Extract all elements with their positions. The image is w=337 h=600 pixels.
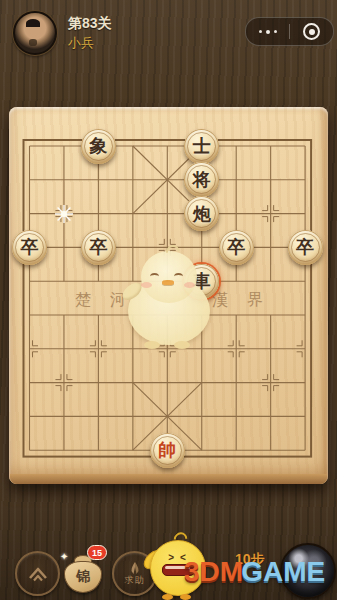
piece-black-elephant[interactable]: 象 <box>81 129 116 164</box>
chevron-up-icon <box>26 562 50 586</box>
piece-black-soldier-a[interactable]: 卒 <box>12 230 47 265</box>
piece-glyph: 卒 <box>227 238 245 256</box>
dark-sphere-avatar[interactable] <box>280 543 336 599</box>
app-screen: 第83关 小兵 楚 河 漢 界 象士将炮卒卒卒 <box>0 0 337 600</box>
piece-black-soldier-d[interactable]: 卒 <box>288 230 323 265</box>
close-button[interactable] <box>290 18 333 45</box>
piece-black-general[interactable]: 将 <box>184 162 219 197</box>
piece-glyph: 卒 <box>296 238 314 256</box>
piece-red-general[interactable]: 帥 <box>150 433 185 468</box>
piece-black-cannon[interactable]: 炮 <box>184 196 219 231</box>
piece-glyph: 炮 <box>193 205 211 223</box>
piece-black-advisor[interactable]: 士 <box>184 129 219 164</box>
piece-glyph: 将 <box>193 171 211 189</box>
miniprogram-capsule <box>245 17 334 46</box>
player-avatar[interactable] <box>13 11 57 55</box>
piece-black-chariot[interactable]: 車 <box>184 264 219 299</box>
expand-menu-button[interactable] <box>15 551 60 596</box>
piece-glyph: 象 <box>89 137 107 155</box>
player-rank: 小兵 <box>68 34 94 52</box>
steps-counter: 10步 <box>235 551 265 569</box>
hint-bag-icon: 锦 <box>64 561 102 593</box>
help-label: 求助 <box>125 574 145 587</box>
piece-black-soldier-c[interactable]: 卒 <box>219 230 254 265</box>
piece-black-soldier-b[interactable]: 卒 <box>81 230 116 265</box>
piece-glyph: 卒 <box>89 238 107 256</box>
piece-glyph: 卒 <box>21 238 39 256</box>
piece-glyph: 車 <box>193 272 211 290</box>
more-dots-icon <box>259 30 277 34</box>
piece-glyph: 士 <box>193 137 211 155</box>
ask-help-button[interactable]: 求助 <box>112 551 157 596</box>
level-title: 第83关 <box>68 15 112 33</box>
pieces-layer: 象士将炮卒卒卒卒車帥 <box>0 0 337 600</box>
hint-bag-button[interactable]: 锦 ✦ 15 <box>61 549 105 595</box>
hint-count-badge: 15 <box>87 545 107 560</box>
bag-sparkle-icon: ✦ <box>60 551 68 562</box>
more-button[interactable] <box>246 18 289 45</box>
close-circle-icon <box>303 23 320 40</box>
piece-glyph: 帥 <box>158 441 176 459</box>
